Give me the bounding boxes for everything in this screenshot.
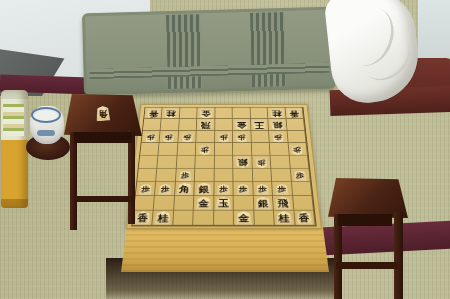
- board-cell-6f: [195, 169, 214, 183]
- stand-leg: [70, 132, 77, 230]
- board-cell-5f: [214, 169, 233, 183]
- board-cell-9b: [143, 119, 162, 131]
- shogi-piece-bg[interactable]: 金: [236, 211, 252, 224]
- board-cell-1c: [287, 131, 306, 143]
- board-cell-2e: [271, 156, 291, 169]
- shogi-piece-bp[interactable]: 歩: [236, 184, 249, 195]
- board-cell-8h: [154, 196, 175, 210]
- background-wall-panel-right: [418, 0, 450, 58]
- shogi-piece-wp[interactable]: 歩: [217, 133, 229, 143]
- board-cell-6d: 歩: [196, 143, 215, 156]
- board-cell-6c: [197, 131, 215, 143]
- shogi-piece-wp[interactable]: 歩: [181, 133, 194, 143]
- board-cell-8i: 桂: [153, 211, 174, 226]
- board-cell-9a: 香: [144, 107, 163, 118]
- board-cell-3i: [254, 211, 275, 226]
- teacup: [30, 106, 64, 144]
- board-cell-8f: [156, 169, 176, 183]
- board-cell-7a: [180, 107, 198, 118]
- shogi-piece-br[interactable]: 飛: [275, 197, 292, 210]
- board-cell-7e: [177, 156, 196, 169]
- stand-leg: [394, 212, 403, 299]
- board-cell-7d: [177, 143, 196, 156]
- shogi-piece-wp[interactable]: 歩: [199, 145, 212, 155]
- board-cell-2g: 歩: [272, 182, 292, 196]
- board-cell-3f: [252, 169, 272, 183]
- shogi-piece-wl[interactable]: 香: [286, 108, 301, 118]
- teacup-rim: [31, 107, 61, 123]
- cushion-stripe: [166, 14, 202, 89]
- board-cell-1a: 香: [285, 107, 304, 118]
- board-cell-1h: [293, 196, 314, 210]
- shogi-piece-bk[interactable]: 玉: [216, 197, 232, 210]
- board-cell-7c: 歩: [178, 131, 197, 143]
- shogi-piece-ws[interactable]: 銀: [270, 120, 285, 130]
- board-cell-6a: 金: [197, 107, 215, 118]
- board-cell-3c: [251, 131, 270, 143]
- board-cell-4e: 銀: [233, 156, 252, 169]
- shogi-piece-wp[interactable]: 歩: [255, 157, 268, 167]
- stand-leg: [334, 214, 342, 299]
- board-cell-6e: [196, 156, 215, 169]
- shogi-piece-wn[interactable]: 桂: [163, 108, 178, 118]
- shogi-piece-bb[interactable]: 角: [176, 183, 192, 195]
- board-cell-9f: [137, 169, 157, 183]
- board-cell-5e: [215, 156, 234, 169]
- shogi-piece-wg[interactable]: 金: [199, 108, 213, 118]
- board-cell-3a: [250, 107, 268, 118]
- board-cell-6b: 飛: [197, 119, 215, 131]
- board-cell-5c: 歩: [215, 131, 233, 143]
- board-cell-3e: 歩: [252, 156, 271, 169]
- board-cell-5h: 玉: [214, 196, 234, 210]
- shogi-piece-wp[interactable]: 歩: [163, 133, 176, 143]
- board-cell-8e: [158, 156, 178, 169]
- board-cell-8c: 歩: [160, 131, 179, 143]
- shogi-piece-bp[interactable]: 歩: [179, 171, 192, 182]
- board-cell-7f: 歩: [176, 169, 196, 183]
- stand-apron: [338, 214, 392, 226]
- board-cell-4i: 金: [234, 211, 255, 226]
- board-cell-7i: [173, 211, 194, 226]
- shogi-piece-wp[interactable]: 歩: [272, 133, 285, 143]
- zabuton-cushion: [82, 7, 336, 96]
- bottle-label: [3, 104, 24, 136]
- board-cell-8b: [161, 119, 180, 131]
- board-cell-4g: 歩: [234, 182, 254, 196]
- board-cell-3g: 歩: [253, 182, 273, 196]
- board-cell-6g: 銀: [195, 182, 215, 196]
- board-cell-3h: 銀: [253, 196, 274, 210]
- shogi-piece-bs[interactable]: 銀: [255, 197, 271, 210]
- shogi-piece-bl[interactable]: 香: [296, 211, 313, 224]
- board-cell-2h: 飛: [273, 196, 294, 210]
- shogi-piece-wr[interactable]: 飛: [198, 120, 213, 130]
- shogi-piece-bp[interactable]: 歩: [256, 184, 270, 195]
- board-cell-8a: 桂: [162, 107, 180, 118]
- shogi-piece-bl[interactable]: 香: [134, 211, 151, 224]
- board-cell-2f: [271, 169, 291, 183]
- board-cell-4b: 金: [233, 119, 251, 131]
- shogi-piece-bn[interactable]: 桂: [276, 211, 293, 224]
- board-cell-9c: 歩: [142, 131, 161, 143]
- board-cell-7g: 角: [175, 182, 195, 196]
- board-cell-9h: [134, 196, 155, 210]
- board-cell-1e: [289, 156, 309, 169]
- shogi-piece-wp[interactable]: 歩: [291, 145, 304, 155]
- shogi-piece-bp[interactable]: 歩: [275, 184, 289, 195]
- shogi-piece-bp[interactable]: 歩: [293, 171, 307, 182]
- shogi-board-front-face: [121, 226, 329, 272]
- shogi-piece-wg[interactable]: 金: [234, 120, 249, 130]
- board-cell-2i: 桂: [274, 211, 295, 226]
- cushion-stripe: [250, 12, 286, 87]
- board-cell-5d: [215, 143, 234, 156]
- board-cell-4f: [233, 169, 252, 183]
- board-cell-8d: [159, 143, 178, 156]
- stand-leg: [128, 130, 135, 224]
- shogi-piece-wn[interactable]: 桂: [269, 108, 284, 118]
- teacup-pattern: [37, 130, 55, 136]
- board-cell-1f: 歩: [290, 169, 310, 183]
- board-cell-5b: [215, 119, 233, 131]
- shogi-piece-ws[interactable]: 銀: [235, 156, 250, 168]
- board-cell-9g: 歩: [136, 182, 157, 196]
- shogi-piece-wk[interactable]: 王: [252, 120, 267, 130]
- board-cell-3d: [251, 143, 270, 156]
- cushion-stripe-horizontal: [89, 63, 329, 79]
- board-cell-9d: [140, 143, 160, 156]
- board-cell-1d: 歩: [288, 143, 308, 156]
- board-cell-2b: 銀: [268, 119, 287, 131]
- stand-stretcher: [336, 262, 398, 269]
- shogi-piece-bn[interactable]: 桂: [154, 211, 171, 224]
- board-cell-4h: [234, 196, 254, 210]
- shogi-board-surface: 香桂金桂香飛金王銀歩歩歩歩歩歩歩歩銀歩歩歩歩歩角銀歩歩歩歩金玉銀飛香桂金桂香: [126, 104, 322, 229]
- shogi-piece-wl[interactable]: 香: [146, 108, 161, 118]
- board-cell-7h: [174, 196, 195, 210]
- board-cell-7b: [179, 119, 197, 131]
- board-cell-9i: 香: [132, 211, 154, 226]
- shogi-piece-bp[interactable]: 歩: [158, 184, 172, 195]
- board-cell-6i: [193, 211, 214, 226]
- shogi-piece-bs[interactable]: 銀: [196, 183, 212, 195]
- board-cell-1b: [286, 119, 305, 131]
- board-cell-4a: [233, 107, 251, 118]
- board-cell-3b: 王: [251, 119, 269, 131]
- photo-shogi-match: { "game": "shogi", "scene": { "setting":…: [0, 0, 450, 299]
- board-cell-8g: 歩: [155, 182, 175, 196]
- board-cell-2d: [270, 143, 289, 156]
- board-cell-2c: 歩: [269, 131, 288, 143]
- board-cell-4c: 歩: [233, 131, 251, 143]
- shogi-piece-bp[interactable]: 歩: [217, 184, 230, 195]
- board-cell-4d: [233, 143, 252, 156]
- shogi-piece-bg[interactable]: 金: [196, 197, 212, 210]
- board-cell-2a: 桂: [268, 107, 286, 118]
- board-cell-1i: 香: [294, 211, 316, 226]
- shogi-piece-bp[interactable]: 歩: [139, 184, 153, 195]
- shogi-piece-wp[interactable]: 歩: [144, 133, 157, 143]
- shogi-grid: 香桂金桂香飛金王銀歩歩歩歩歩歩歩歩銀歩歩歩歩歩角銀歩歩歩歩金玉銀飛香桂金桂香: [131, 107, 316, 227]
- board-cell-5i: [214, 211, 234, 226]
- board-cell-5a: [215, 107, 233, 118]
- board-cell-6h: 金: [194, 196, 214, 210]
- tea-bottle: [1, 90, 28, 208]
- board-cell-5g: 歩: [214, 182, 234, 196]
- shogi-piece-wp[interactable]: 歩: [236, 133, 248, 143]
- stand-stretcher: [73, 196, 133, 202]
- board-cell-9e: [139, 156, 159, 169]
- stand-apron: [74, 132, 132, 143]
- board-cell-1g: [292, 182, 313, 196]
